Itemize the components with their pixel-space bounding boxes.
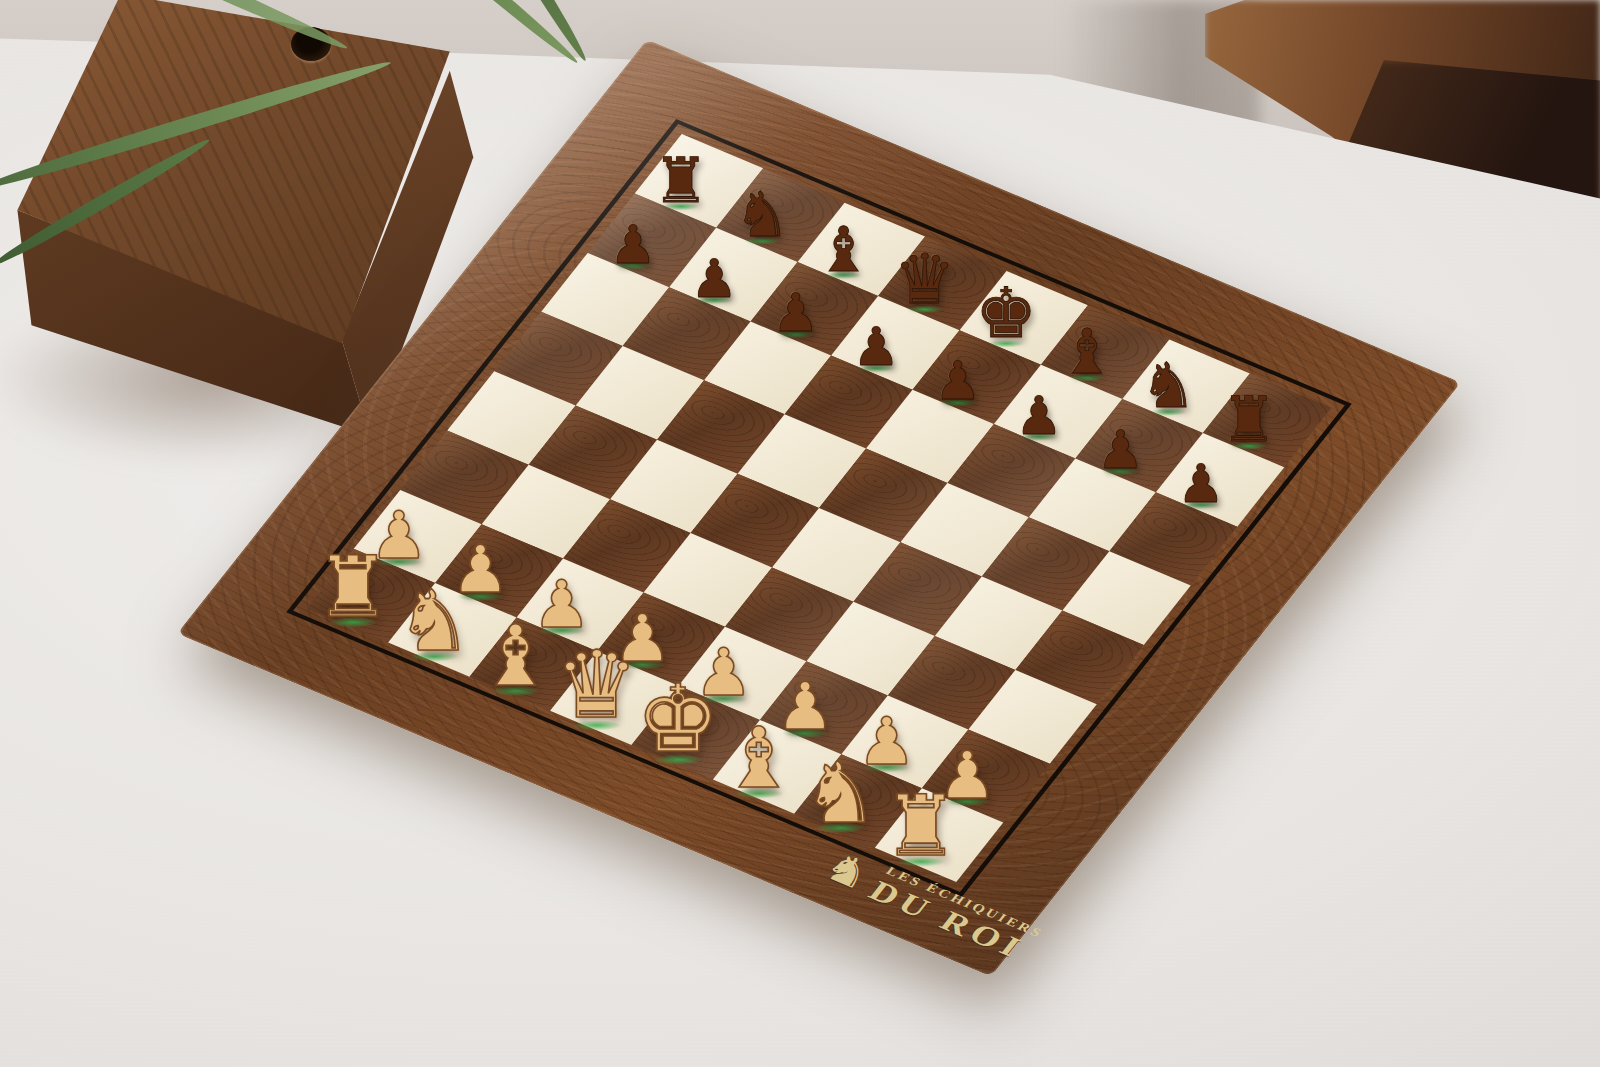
black-bishop[interactable]: ♝ xyxy=(1047,320,1126,382)
white-rook[interactable]: ♜ xyxy=(868,784,974,868)
black-king[interactable]: ♚ xyxy=(967,279,1046,348)
black-pawn[interactable]: ♟ xyxy=(917,354,1000,407)
black-knight[interactable]: ♞ xyxy=(723,183,802,245)
black-rook[interactable]: ♜ xyxy=(1210,388,1289,450)
black-pawn[interactable]: ♟ xyxy=(1160,457,1243,510)
black-pawn[interactable]: ♟ xyxy=(1079,423,1162,476)
black-queen[interactable]: ♛ xyxy=(886,245,965,314)
black-pawn[interactable]: ♟ xyxy=(673,252,756,305)
black-pawn[interactable]: ♟ xyxy=(592,217,675,270)
black-knight[interactable]: ♞ xyxy=(1129,354,1208,416)
black-bishop[interactable]: ♝ xyxy=(804,217,883,279)
black-pawn[interactable]: ♟ xyxy=(998,388,1081,441)
black-rook[interactable]: ♜ xyxy=(642,149,721,211)
black-pawn[interactable]: ♟ xyxy=(754,286,837,339)
black-pawn[interactable]: ♟ xyxy=(835,320,918,373)
